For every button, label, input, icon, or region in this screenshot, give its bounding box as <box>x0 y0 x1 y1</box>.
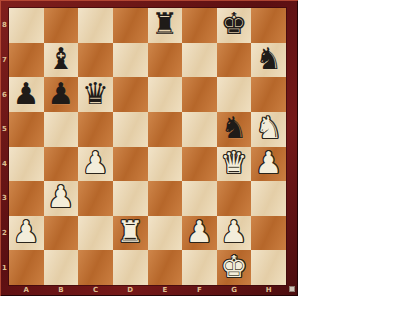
square-e6[interactable] <box>148 77 183 112</box>
square-a6[interactable]: ♟ <box>9 77 44 112</box>
square-e7[interactable] <box>148 43 183 78</box>
file-label: F <box>182 285 217 296</box>
square-g8[interactable]: ♚ <box>217 8 252 43</box>
file-label: E <box>148 285 183 296</box>
square-f7[interactable] <box>182 43 217 78</box>
square-a5[interactable] <box>9 112 44 147</box>
square-h5[interactable]: ♞ <box>251 112 286 147</box>
square-c1[interactable] <box>78 250 113 285</box>
square-a4[interactable] <box>9 147 44 182</box>
square-a2[interactable]: ♟ <box>9 216 44 251</box>
piece-black-rook[interactable]: ♜ <box>151 9 178 39</box>
square-f8[interactable] <box>182 8 217 43</box>
square-g5[interactable]: ♞ <box>217 112 252 147</box>
square-h8[interactable] <box>251 8 286 43</box>
square-b5[interactable] <box>44 112 79 147</box>
square-h1[interactable] <box>251 250 286 285</box>
piece-black-bishop[interactable]: ♝ <box>47 44 74 74</box>
white-to-move-indicator <box>289 286 295 292</box>
piece-white-pawn[interactable]: ♟ <box>13 217 40 247</box>
rank-label: 1 <box>0 250 9 285</box>
rank-label: 8 <box>0 8 9 43</box>
square-c5[interactable] <box>78 112 113 147</box>
square-f5[interactable] <box>182 112 217 147</box>
piece-white-pawn[interactable]: ♟ <box>47 182 74 212</box>
square-e2[interactable] <box>148 216 183 251</box>
piece-white-knight[interactable]: ♞ <box>255 113 282 143</box>
square-c4[interactable]: ♟ <box>78 147 113 182</box>
piece-black-queen[interactable]: ♛ <box>82 79 109 109</box>
file-labels: ABCDEFGH <box>9 285 286 296</box>
square-h2[interactable] <box>251 216 286 251</box>
board[interactable]: ♜♚♝♞♟♟♛♞♞♟♛♟♟♟♜♟♟♚ <box>9 8 286 285</box>
rank-label: 2 <box>0 216 9 251</box>
chess-board-frame: 87654321 ♜♚♝♞♟♟♛♞♞♟♛♟♟♟♜♟♟♚ ABCDEFGH <box>0 0 298 296</box>
piece-white-pawn[interactable]: ♟ <box>255 148 282 178</box>
square-f4[interactable] <box>182 147 217 182</box>
square-h6[interactable] <box>251 77 286 112</box>
piece-black-knight[interactable]: ♞ <box>221 113 248 143</box>
file-label: B <box>44 285 79 296</box>
square-g3[interactable] <box>217 181 252 216</box>
rank-label: 3 <box>0 181 9 216</box>
rank-label: 5 <box>0 112 9 147</box>
square-c6[interactable]: ♛ <box>78 77 113 112</box>
square-f1[interactable] <box>182 250 217 285</box>
rank-label: 7 <box>0 43 9 78</box>
file-label: A <box>9 285 44 296</box>
square-g4[interactable]: ♛ <box>217 147 252 182</box>
square-a8[interactable] <box>9 8 44 43</box>
square-g6[interactable] <box>217 77 252 112</box>
piece-white-pawn[interactable]: ♟ <box>186 217 213 247</box>
square-e1[interactable] <box>148 250 183 285</box>
page: 87654321 ♜♚♝♞♟♟♛♞♞♟♛♟♟♟♜♟♟♚ ABCDEFGH <box>0 0 414 311</box>
square-c7[interactable] <box>78 43 113 78</box>
file-label: C <box>78 285 113 296</box>
square-e3[interactable] <box>148 181 183 216</box>
square-e8[interactable]: ♜ <box>148 8 183 43</box>
square-d6[interactable] <box>113 77 148 112</box>
piece-white-pawn[interactable]: ♟ <box>221 217 248 247</box>
square-h3[interactable] <box>251 181 286 216</box>
square-d5[interactable] <box>113 112 148 147</box>
square-b6[interactable]: ♟ <box>44 77 79 112</box>
square-a3[interactable] <box>9 181 44 216</box>
square-c8[interactable] <box>78 8 113 43</box>
square-c2[interactable] <box>78 216 113 251</box>
square-d2[interactable]: ♜ <box>113 216 148 251</box>
square-d7[interactable] <box>113 43 148 78</box>
square-f3[interactable] <box>182 181 217 216</box>
square-d3[interactable] <box>113 181 148 216</box>
square-d8[interactable] <box>113 8 148 43</box>
piece-white-pawn[interactable]: ♟ <box>82 148 109 178</box>
file-label: D <box>113 285 148 296</box>
piece-white-queen[interactable]: ♛ <box>221 148 248 178</box>
square-b7[interactable]: ♝ <box>44 43 79 78</box>
square-b3[interactable]: ♟ <box>44 181 79 216</box>
rank-labels: 87654321 <box>0 8 9 285</box>
square-b4[interactable] <box>44 147 79 182</box>
piece-white-king[interactable]: ♚ <box>221 252 248 282</box>
piece-black-knight[interactable]: ♞ <box>255 44 282 74</box>
square-g1[interactable]: ♚ <box>217 250 252 285</box>
square-d1[interactable] <box>113 250 148 285</box>
square-h4[interactable]: ♟ <box>251 147 286 182</box>
rank-label: 6 <box>0 77 9 112</box>
square-h7[interactable]: ♞ <box>251 43 286 78</box>
square-a7[interactable] <box>9 43 44 78</box>
square-f2[interactable]: ♟ <box>182 216 217 251</box>
square-a1[interactable] <box>9 250 44 285</box>
square-g2[interactable]: ♟ <box>217 216 252 251</box>
square-b2[interactable] <box>44 216 79 251</box>
square-g7[interactable] <box>217 43 252 78</box>
piece-black-pawn[interactable]: ♟ <box>47 79 74 109</box>
piece-black-king[interactable]: ♚ <box>221 9 248 39</box>
piece-white-rook[interactable]: ♜ <box>117 217 144 247</box>
square-f6[interactable] <box>182 77 217 112</box>
rank-label: 4 <box>0 147 9 182</box>
square-e5[interactable] <box>148 112 183 147</box>
square-b8[interactable] <box>44 8 79 43</box>
piece-black-pawn[interactable]: ♟ <box>13 79 40 109</box>
square-e4[interactable] <box>148 147 183 182</box>
square-d4[interactable] <box>113 147 148 182</box>
file-label: H <box>251 285 286 296</box>
square-b1[interactable] <box>44 250 79 285</box>
square-c3[interactable] <box>78 181 113 216</box>
file-label: G <box>217 285 252 296</box>
